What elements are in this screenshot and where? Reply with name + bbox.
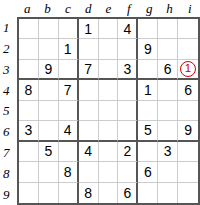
cell-b8[interactable]	[39, 162, 59, 182]
cell-i9[interactable]	[178, 183, 198, 203]
cell-e1[interactable]	[99, 19, 119, 39]
cell-b1[interactable]	[39, 19, 59, 39]
cell-d8[interactable]	[79, 162, 99, 182]
cell-i1[interactable]	[178, 19, 198, 39]
column-labels: abcdefghi	[17, 0, 200, 17]
row-label-9: 9	[0, 184, 17, 205]
cell-f9[interactable]: 6	[118, 183, 138, 203]
cell-d6[interactable]	[79, 121, 99, 141]
row-label-3: 3	[0, 59, 17, 80]
sudoku-board: abcdefghi 123456789 14199736187163459542…	[0, 0, 200, 205]
cell-c3[interactable]	[59, 60, 79, 80]
cell-e4[interactable]	[99, 80, 119, 100]
row-label-1: 1	[0, 17, 17, 38]
cell-d3[interactable]: 7	[79, 60, 99, 80]
cell-a8[interactable]	[19, 162, 39, 182]
cell-b3[interactable]: 9	[39, 60, 59, 80]
cell-f7[interactable]: 2	[118, 142, 138, 162]
column-label-g: g	[139, 0, 159, 17]
cell-e5[interactable]	[99, 101, 119, 121]
cell-a3[interactable]	[19, 60, 39, 80]
cell-a6[interactable]: 3	[19, 121, 39, 141]
cell-g8[interactable]: 6	[138, 162, 158, 182]
cell-f5[interactable]	[118, 101, 138, 121]
cell-i3[interactable]: 1	[178, 60, 198, 80]
cell-h5[interactable]	[158, 101, 178, 121]
corner-spacer	[0, 0, 17, 17]
cell-a1[interactable]	[19, 19, 39, 39]
row-label-5: 5	[0, 101, 17, 122]
column-label-i: i	[180, 0, 200, 17]
cell-b4[interactable]	[39, 80, 59, 100]
cell-i6[interactable]: 9	[178, 121, 198, 141]
column-label-b: b	[37, 0, 57, 17]
cell-h8[interactable]	[158, 162, 178, 182]
sudoku-grid: 1419973618716345954238686	[17, 17, 200, 205]
cell-h1[interactable]	[158, 19, 178, 39]
cell-f3[interactable]: 3	[118, 60, 138, 80]
red-circle-highlighted-digit: 1	[180, 61, 196, 77]
cell-e3[interactable]	[99, 60, 119, 80]
row-label-2: 2	[0, 38, 17, 59]
row-label-8: 8	[0, 163, 17, 184]
cell-g3[interactable]	[138, 60, 158, 80]
cell-c2[interactable]: 1	[59, 39, 79, 59]
cell-f8[interactable]	[118, 162, 138, 182]
column-label-e: e	[98, 0, 118, 17]
cell-d5[interactable]	[79, 101, 99, 121]
cell-g5[interactable]	[138, 101, 158, 121]
cell-a2[interactable]	[19, 39, 39, 59]
row-labels: 123456789	[0, 17, 17, 205]
row-label-4: 4	[0, 80, 17, 101]
cell-g7[interactable]	[138, 142, 158, 162]
cell-i2[interactable]	[178, 39, 198, 59]
cell-h9[interactable]	[158, 183, 178, 203]
column-label-h: h	[159, 0, 179, 17]
cell-c6[interactable]: 4	[59, 121, 79, 141]
cell-b9[interactable]	[39, 183, 59, 203]
column-label-d: d	[78, 0, 98, 17]
cell-h7[interactable]: 3	[158, 142, 178, 162]
row-label-7: 7	[0, 142, 17, 163]
cell-a9[interactable]	[19, 183, 39, 203]
cell-h3[interactable]: 6	[158, 60, 178, 80]
cell-g4[interactable]: 1	[138, 80, 158, 100]
cell-c5[interactable]	[59, 101, 79, 121]
column-label-f: f	[119, 0, 139, 17]
cell-h4[interactable]	[158, 80, 178, 100]
cell-d7[interactable]: 4	[79, 142, 99, 162]
cell-c4[interactable]: 7	[59, 80, 79, 100]
cell-i7[interactable]	[178, 142, 198, 162]
cell-h6[interactable]	[158, 121, 178, 141]
cell-f6[interactable]	[118, 121, 138, 141]
cell-c7[interactable]	[59, 142, 79, 162]
cell-f4[interactable]	[118, 80, 138, 100]
cell-e2[interactable]	[99, 39, 119, 59]
cell-e6[interactable]	[99, 121, 119, 141]
cell-i4[interactable]: 6	[178, 80, 198, 100]
cell-g2[interactable]: 9	[138, 39, 158, 59]
cell-a5[interactable]	[19, 101, 39, 121]
cell-e9[interactable]	[99, 183, 119, 203]
cell-a7[interactable]	[19, 142, 39, 162]
cell-g9[interactable]	[138, 183, 158, 203]
cell-d1[interactable]: 1	[79, 19, 99, 39]
cell-c8[interactable]: 8	[59, 162, 79, 182]
cell-c9[interactable]	[59, 183, 79, 203]
cell-g6[interactable]: 5	[138, 121, 158, 141]
column-label-a: a	[17, 0, 37, 17]
cell-b5[interactable]	[39, 101, 59, 121]
row-label-6: 6	[0, 121, 17, 142]
cell-b2[interactable]	[39, 39, 59, 59]
cell-d4[interactable]	[79, 80, 99, 100]
cell-b6[interactable]	[39, 121, 59, 141]
cell-d2[interactable]	[79, 39, 99, 59]
cell-i5[interactable]	[178, 101, 198, 121]
cell-d9[interactable]: 8	[79, 183, 99, 203]
cell-g1[interactable]	[138, 19, 158, 39]
column-label-c: c	[58, 0, 78, 17]
cell-f2[interactable]	[118, 39, 138, 59]
cell-e7[interactable]	[99, 142, 119, 162]
cell-i8[interactable]	[178, 162, 198, 182]
cell-c1[interactable]	[59, 19, 79, 39]
cell-b7[interactable]: 5	[39, 142, 59, 162]
cell-h2[interactable]	[158, 39, 178, 59]
cell-a4[interactable]: 8	[19, 80, 39, 100]
cell-f1[interactable]: 4	[118, 19, 138, 39]
cell-e8[interactable]	[99, 162, 119, 182]
